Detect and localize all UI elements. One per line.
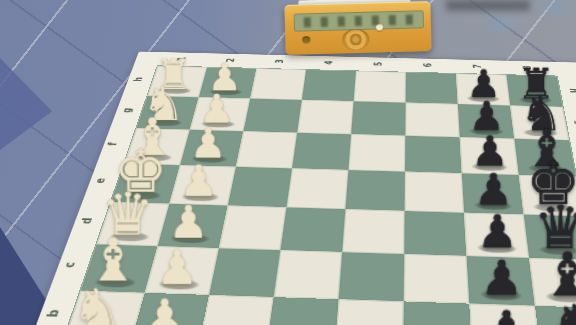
square-b8[interactable]: ♞ — [535, 306, 576, 325]
floor-blue-patch — [488, 18, 514, 30]
square-d3[interactable] — [219, 206, 287, 250]
piece-black-pawn-c7[interactable]: ♟ — [469, 255, 534, 303]
file-label-left-b: b — [45, 310, 61, 318]
square-f5[interactable] — [348, 134, 405, 171]
square-h6[interactable] — [406, 72, 458, 104]
square-c6[interactable] — [404, 254, 469, 304]
background-shadow — [446, 0, 530, 11]
rank-label-top-5: 5 — [374, 62, 384, 66]
piece-black-knight-b8[interactable]: ♞ — [541, 297, 576, 325]
square-e5[interactable] — [345, 170, 405, 211]
square-b4[interactable] — [266, 297, 338, 325]
square-e4[interactable] — [286, 168, 348, 209]
clock-time-digits — [300, 14, 418, 27]
square-h5[interactable] — [354, 71, 406, 103]
square-c3[interactable] — [209, 248, 280, 297]
file-label-left-c: c — [63, 262, 78, 268]
rank-label-top-6: 6 — [424, 63, 434, 67]
square-g3[interactable] — [243, 99, 301, 133]
square-d5[interactable] — [342, 209, 404, 254]
file-label-left-d: d — [80, 218, 94, 225]
square-f3[interactable] — [236, 131, 297, 168]
piece-black-pawn-d7[interactable]: ♟ — [466, 209, 528, 255]
square-g5[interactable] — [351, 101, 405, 135]
square-d6[interactable] — [404, 211, 466, 256]
square-d4[interactable] — [280, 207, 345, 252]
board-grid: ♜♟♟♜♞♟♟♞♝♟♟♝♚♟♟♚♛♟♟♛♝♟♟♝♞♟♟♞♜♟♟♜ — [43, 66, 576, 325]
square-f4[interactable] — [292, 133, 351, 170]
chess-clock — [284, 1, 431, 55]
square-g4[interactable] — [297, 100, 353, 134]
square-c7[interactable]: ♟ — [466, 256, 535, 306]
piece-black-pawn-b7[interactable]: ♟ — [472, 305, 541, 325]
rank-label-top-4: 4 — [325, 61, 336, 65]
square-b7[interactable]: ♟ — [469, 304, 541, 325]
square-f6[interactable] — [405, 136, 462, 174]
square-e6[interactable] — [405, 172, 464, 213]
square-h4[interactable] — [302, 70, 356, 102]
square-c2[interactable]: ♟ — [145, 246, 219, 295]
square-b3[interactable] — [198, 295, 273, 325]
square-c5[interactable] — [339, 252, 405, 301]
piece-white-knight-b1[interactable]: ♞ — [63, 281, 131, 325]
square-b5[interactable] — [335, 299, 404, 325]
rank-label-top-3: 3 — [275, 59, 286, 63]
floor-blue-patch — [540, 2, 570, 12]
piece-white-pawn-d2[interactable]: ♟ — [158, 200, 220, 245]
piece-white-pawn-c2[interactable]: ♟ — [145, 244, 210, 292]
square-e3[interactable] — [228, 167, 292, 208]
piece-white-pawn-b2[interactable]: ♟ — [131, 293, 199, 325]
square-c4[interactable] — [274, 250, 342, 299]
square-g6[interactable] — [405, 103, 459, 138]
square-h3[interactable] — [250, 68, 306, 100]
square-b6[interactable] — [403, 301, 472, 325]
square-b2[interactable]: ♟ — [130, 293, 209, 325]
